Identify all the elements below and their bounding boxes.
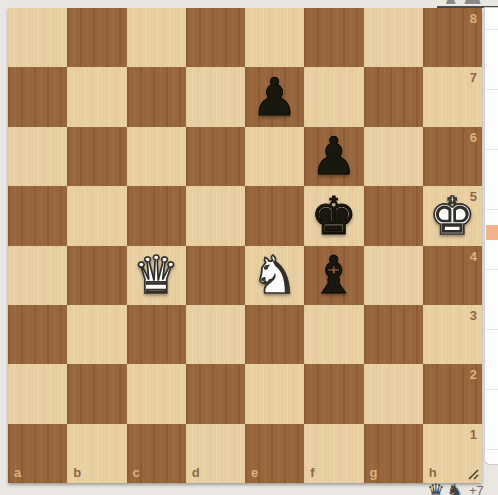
move-row-divider — [486, 209, 498, 210]
square-g2[interactable] — [364, 364, 423, 423]
square-f5[interactable]: ♚ — [304, 186, 363, 245]
square-d4[interactable] — [186, 246, 245, 305]
square-c7[interactable] — [127, 67, 186, 126]
square-g8[interactable] — [364, 8, 423, 67]
square-f7[interactable] — [304, 67, 363, 126]
square-c8[interactable] — [127, 8, 186, 67]
square-a5[interactable] — [8, 186, 67, 245]
file-label-c: c — [133, 466, 140, 479]
square-b4[interactable] — [67, 246, 126, 305]
square-d3[interactable] — [186, 305, 245, 364]
square-b2[interactable] — [67, 364, 126, 423]
square-b5[interactable] — [67, 186, 126, 245]
move-row-divider — [486, 149, 498, 150]
white-knight-e4[interactable]: ♞ — [245, 246, 304, 305]
black-pawn-e7[interactable]: ♟ — [245, 67, 304, 126]
square-e7[interactable]: ♟ — [245, 67, 304, 126]
file-label-h: h — [429, 466, 437, 479]
square-d1[interactable]: d — [186, 424, 245, 483]
square-d2[interactable] — [186, 364, 245, 423]
square-a4[interactable] — [8, 246, 67, 305]
file-label-b: b — [73, 466, 81, 479]
square-g3[interactable] — [364, 305, 423, 364]
square-h2[interactable]: 2 — [423, 364, 482, 423]
square-e6[interactable] — [245, 127, 304, 186]
square-e3[interactable] — [245, 305, 304, 364]
square-e4[interactable]: ♞ — [245, 246, 304, 305]
captured-pieces-tray-bottom: ♛♞+7 — [427, 481, 484, 495]
square-e1[interactable]: e — [245, 424, 304, 483]
square-a8[interactable] — [8, 8, 67, 67]
square-h7[interactable]: 7 — [423, 67, 482, 126]
square-g1[interactable]: g — [364, 424, 423, 483]
square-b6[interactable] — [67, 127, 126, 186]
square-g5[interactable] — [364, 186, 423, 245]
square-c2[interactable] — [127, 364, 186, 423]
file-label-a: a — [14, 466, 21, 479]
pawn-icon: ♟ — [444, 0, 457, 7]
square-g4[interactable] — [364, 246, 423, 305]
square-d6[interactable] — [186, 127, 245, 186]
square-c5[interactable] — [127, 186, 186, 245]
square-f4[interactable]: ♝ — [304, 246, 363, 305]
square-d7[interactable] — [186, 67, 245, 126]
chess-board[interactable]: 8♟7♟6♚5♚♛♞♝432abcdefg1h — [8, 8, 482, 483]
material-advantage: +7 — [469, 481, 484, 495]
square-d8[interactable] — [186, 8, 245, 67]
square-e8[interactable] — [245, 8, 304, 67]
board-resize-handle[interactable] — [465, 466, 480, 481]
rank-label-1: 1 — [470, 428, 477, 441]
white-queen-c4[interactable]: ♛ — [127, 246, 186, 305]
square-d5[interactable] — [186, 186, 245, 245]
square-g7[interactable] — [364, 67, 423, 126]
move-row-divider — [486, 449, 498, 450]
square-b3[interactable] — [67, 305, 126, 364]
captured-black-knight-icon: ♞ — [446, 481, 464, 495]
move-list-panel-edge[interactable] — [484, 7, 498, 465]
square-a7[interactable] — [8, 67, 67, 126]
square-g6[interactable] — [364, 127, 423, 186]
square-a6[interactable] — [8, 127, 67, 186]
black-bishop-f4[interactable]: ♝ — [304, 246, 363, 305]
rank-label-8: 8 — [470, 12, 477, 25]
white-king-h5[interactable]: ♚ — [423, 186, 482, 245]
square-b7[interactable] — [67, 67, 126, 126]
file-label-d: d — [192, 466, 200, 479]
square-f2[interactable] — [304, 364, 363, 423]
captured-black-queen-icon: ♛ — [427, 481, 445, 495]
current-move-highlight — [486, 225, 498, 240]
file-label-g: g — [370, 466, 378, 479]
square-f8[interactable] — [304, 8, 363, 67]
square-c6[interactable] — [127, 127, 186, 186]
black-king-f5[interactable]: ♚ — [304, 186, 363, 245]
square-c1[interactable]: c — [127, 424, 186, 483]
move-row-divider — [486, 329, 498, 330]
square-c3[interactable] — [127, 305, 186, 364]
square-f3[interactable] — [304, 305, 363, 364]
captured-pieces-tray-top: ♟♟♟ — [444, 0, 486, 7]
file-label-e: e — [251, 466, 258, 479]
square-h5[interactable]: 5♚ — [423, 186, 482, 245]
square-h6[interactable]: 6 — [423, 127, 482, 186]
square-f6[interactable]: ♟ — [304, 127, 363, 186]
square-h4[interactable]: 4 — [423, 246, 482, 305]
square-c4[interactable]: ♛ — [127, 246, 186, 305]
file-label-f: f — [310, 466, 314, 479]
move-row-divider — [486, 89, 498, 90]
black-pawn-f6[interactable]: ♟ — [304, 127, 363, 186]
chess-app-viewport: ♟♟♟ 8♟7♟6♚5♚♛♞♝432abcdefg1h ♛♞+7 — [0, 0, 498, 495]
pawn-pair-icon: ♟♟ — [462, 0, 475, 7]
square-a1[interactable]: a — [8, 424, 67, 483]
square-h8[interactable]: 8 — [423, 8, 482, 67]
rank-label-3: 3 — [470, 309, 477, 322]
rank-label-6: 6 — [470, 131, 477, 144]
rank-label-2: 2 — [470, 368, 477, 381]
square-e2[interactable] — [245, 364, 304, 423]
square-a3[interactable] — [8, 305, 67, 364]
move-row-divider — [486, 389, 498, 390]
square-b1[interactable]: b — [67, 424, 126, 483]
rank-label-4: 4 — [470, 250, 477, 263]
move-row-divider — [486, 269, 498, 270]
square-b8[interactable] — [67, 8, 126, 67]
move-row-divider — [486, 29, 498, 30]
square-a2[interactable] — [8, 364, 67, 423]
rank-label-7: 7 — [470, 71, 477, 84]
square-e5[interactable] — [245, 186, 304, 245]
square-h3[interactable]: 3 — [423, 305, 482, 364]
square-f1[interactable]: f — [304, 424, 363, 483]
